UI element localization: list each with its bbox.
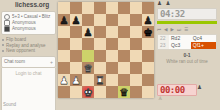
square-f7[interactable] <box>118 14 130 26</box>
black-pawn-c6[interactable]: ♟ <box>82 26 94 38</box>
square-a1[interactable] <box>58 86 70 98</box>
square-h7[interactable]: ♟ <box>142 14 154 26</box>
square-a6[interactable] <box>58 26 70 38</box>
square-d2[interactable]: ♜ <box>94 74 106 86</box>
square-d4[interactable] <box>94 50 106 62</box>
square-h3[interactable] <box>142 62 154 74</box>
square-e4[interactable] <box>106 50 118 62</box>
nav-prev-button[interactable]: ◀ <box>164 27 167 32</box>
square-d7[interactable] <box>94 14 106 26</box>
square-d6[interactable] <box>94 26 106 38</box>
black-king-h6[interactable]: ♚ <box>142 26 154 38</box>
square-c3[interactable]: ♛ <box>82 62 94 74</box>
square-e5[interactable] <box>106 38 118 50</box>
square-a4[interactable] <box>58 50 70 62</box>
move-row: 23 Qc3 Qf1+ <box>158 42 217 50</box>
bullet-icon <box>2 50 4 52</box>
square-g1[interactable] <box>130 86 142 98</box>
square-e8[interactable] <box>106 2 118 14</box>
square-f8[interactable] <box>118 2 130 14</box>
square-h6[interactable]: ♚ <box>142 26 154 38</box>
bullet-icon <box>2 44 4 46</box>
black-piece-icon <box>4 26 10 32</box>
black-player-name: Anonymous <box>12 26 36 32</box>
square-e7[interactable] <box>106 14 118 26</box>
move-number: 22 <box>158 34 170 42</box>
captured-piece-bottom: ♟ <box>197 84 202 90</box>
square-g7[interactable] <box>130 14 142 26</box>
game-meta-text: 5+3 • Casual • Blitz <box>12 14 50 20</box>
square-b6[interactable] <box>70 26 82 38</box>
square-b4[interactable] <box>70 50 82 62</box>
square-f1[interactable]: ♛ <box>118 86 130 98</box>
white-player-name: Anonymous <box>12 20 36 26</box>
game-result: 0-1 <box>157 52 217 58</box>
square-h8[interactable] <box>142 2 154 14</box>
black-move-current[interactable]: Qf1+ <box>191 42 217 50</box>
square-c2[interactable] <box>82 74 94 86</box>
square-h1[interactable] <box>142 86 154 98</box>
square-f4[interactable] <box>118 50 130 62</box>
square-h4[interactable] <box>142 50 154 62</box>
chat-toggle-icon[interactable]: + <box>50 59 53 65</box>
nav-last-button[interactable]: ⏭ <box>177 27 181 32</box>
square-c5[interactable] <box>82 38 94 50</box>
square-h5[interactable] <box>142 38 154 50</box>
move-nav-row: ⏮ ◀ ▶ ⏭ ☰ <box>157 27 217 32</box>
square-a7[interactable]: ♟ <box>58 14 70 26</box>
square-e6[interactable] <box>106 26 118 38</box>
move-row: 22 Rd2 Qc4 <box>158 34 217 42</box>
square-b3[interactable] <box>70 62 82 74</box>
square-c6[interactable]: ♟ <box>82 26 94 38</box>
move-list: 22 Rd2 Qc4 23 Qc3 Qf1+ <box>157 34 217 50</box>
square-d8[interactable] <box>94 2 106 14</box>
right-panel: ♟ ♟ 04:32 ⏮ ◀ ▶ ⏭ ☰ 22 Rd2 Qc4 23 Qc3 Qf… <box>157 0 217 64</box>
sidebar: 5+3 • Casual • Blitz Anonymous Anonymous… <box>1 11 56 110</box>
square-e3[interactable] <box>106 62 118 74</box>
square-a5[interactable] <box>58 38 70 50</box>
lichess-logo[interactable]: lichess.org <box>15 1 49 8</box>
white-move[interactable]: Rd2 <box>169 34 191 42</box>
square-f6[interactable] <box>118 26 130 38</box>
bullet-icon <box>2 39 4 41</box>
square-a3[interactable] <box>58 62 70 74</box>
nav-next-button[interactable]: ▶ <box>171 27 174 32</box>
game-meta-line: 5+3 • Casual • Blitz <box>4 14 53 20</box>
square-e1[interactable] <box>106 86 118 98</box>
nav-menu-button[interactable]: ☰ <box>184 27 188 32</box>
new-opponent-label: New opponent <box>6 48 35 54</box>
square-b8[interactable] <box>70 2 82 14</box>
white-clock-flagged: 00:00 <box>157 84 197 96</box>
white-king-c1[interactable]: ♚ <box>82 86 94 98</box>
sound-toggle[interactable]: Sound <box>3 102 16 107</box>
square-f3[interactable] <box>118 62 130 74</box>
square-b1[interactable] <box>70 86 82 98</box>
chat-room-header[interactable]: Chat room + <box>1 56 56 68</box>
square-g5[interactable] <box>130 38 142 50</box>
black-move[interactable]: Qc4 <box>191 34 217 42</box>
square-d1[interactable] <box>94 86 106 98</box>
chat-login-notice[interactable]: Login to chat <box>16 71 42 76</box>
square-c7[interactable] <box>82 14 94 26</box>
black-pawn-b7[interactable]: ♟ <box>70 14 82 26</box>
chess-board: ♟♟♟♟♚♛♟♟♜♚♛ <box>58 2 154 98</box>
black-pawn-h7[interactable]: ♟ <box>142 14 154 26</box>
square-g2[interactable] <box>130 74 142 86</box>
square-d3[interactable] <box>94 62 106 74</box>
square-f2[interactable] <box>118 74 130 86</box>
square-e2[interactable] <box>106 74 118 86</box>
white-pawn-b2[interactable]: ♟ <box>70 74 82 86</box>
black-clock: 04:32 <box>157 8 217 20</box>
square-b2[interactable]: ♟ <box>70 74 82 86</box>
game-info-box: 5+3 • Casual • Blitz Anonymous Anonymous <box>1 11 56 35</box>
square-c4[interactable] <box>82 50 94 62</box>
white-move[interactable]: Qc3 <box>169 42 191 50</box>
black-queen-f1[interactable]: ♛ <box>118 86 130 98</box>
square-f5[interactable] <box>118 38 130 50</box>
square-g8[interactable] <box>130 2 142 14</box>
white-rook-d2[interactable]: ♜ <box>94 74 106 86</box>
square-d5[interactable] <box>94 38 106 50</box>
square-g4[interactable] <box>130 50 142 62</box>
black-pawn-a7[interactable]: ♟ <box>58 14 70 26</box>
black-player-line: Anonymous <box>4 26 53 32</box>
square-c1[interactable]: ♚ <box>82 86 94 98</box>
square-c8[interactable] <box>82 2 94 14</box>
square-g6[interactable] <box>130 26 142 38</box>
square-b5[interactable] <box>70 38 82 50</box>
move-number: 23 <box>158 42 170 50</box>
new-opponent-link[interactable]: New opponent <box>1 48 56 54</box>
square-b7[interactable]: ♟ <box>70 14 82 26</box>
square-a8[interactable] <box>58 2 70 14</box>
captured-pieces-sub: ♙ <box>158 95 162 101</box>
captured-pieces-top: ♟ ♟ <box>157 0 217 7</box>
chat-room-title: Chat room <box>4 59 25 64</box>
game-status-text: White ran out of time <box>157 59 217 64</box>
nav-first-button[interactable]: ⏮ <box>157 27 161 32</box>
white-pawn-a2[interactable]: ♟ <box>58 74 70 86</box>
black-time-bar <box>157 21 217 24</box>
white-queen-c3[interactable]: ♛ <box>82 62 94 74</box>
square-a2[interactable]: ♟ <box>58 74 70 86</box>
square-h2[interactable] <box>142 74 154 86</box>
square-g3[interactable] <box>130 62 142 74</box>
